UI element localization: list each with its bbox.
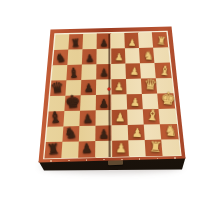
black-pawn: ♟ — [85, 53, 94, 63]
white-pawn: ♟ — [115, 142, 126, 155]
black-pawn: ♟ — [84, 83, 94, 94]
black-bishop: ♝ — [68, 65, 81, 79]
black-pawn: ♟ — [82, 113, 93, 125]
white-rook: ♜ — [148, 139, 162, 154]
white-queen: ♛ — [143, 77, 157, 92]
white-pawn: ♟ — [115, 82, 125, 93]
black-knight: ♞ — [64, 125, 78, 140]
white-pawn: ♟ — [128, 37, 137, 47]
white-pawn: ♟ — [131, 126, 142, 139]
white-pawn: ♟ — [129, 67, 139, 78]
black-rook: ♜ — [70, 37, 80, 48]
white-bishop: ♝ — [146, 108, 160, 124]
black-pawn: ♟ — [100, 38, 108, 47]
white-knight: ♞ — [163, 123, 177, 139]
white-king: ♚ — [159, 90, 176, 108]
black-pawn: ♟ — [99, 98, 109, 109]
black-rook: ♜ — [46, 141, 60, 157]
white-pawn: ♟ — [130, 97, 140, 109]
pieces: ♜♟♟♜♞♟♟♞♝♟♟♝♛♟♟♛♚♟♟♚♝♟♟♝♞♟♟♞♜♟♟♜ — [0, 0, 211, 211]
chess-set-product-photo: ♜♟♟♜♞♟♟♞♝♟♟♝♛♟♟♛♚♟♟♚♝♟♟♝♞♟♟♞♜♟♟♜ — [0, 0, 211, 211]
white-pawn: ♟ — [114, 53, 123, 63]
black-queen: ♛ — [50, 79, 64, 95]
black-pawn: ♟ — [81, 142, 93, 155]
black-knight: ♞ — [54, 52, 65, 65]
white-rook: ♜ — [156, 35, 166, 46]
white-knight: ♞ — [142, 50, 153, 62]
white-pawn: ♟ — [115, 112, 126, 124]
black-pawn: ♟ — [99, 68, 108, 78]
white-bishop: ♝ — [158, 63, 171, 77]
black-king: ♚ — [64, 92, 80, 110]
black-pawn: ♟ — [98, 127, 109, 139]
black-bishop: ♝ — [48, 110, 63, 126]
